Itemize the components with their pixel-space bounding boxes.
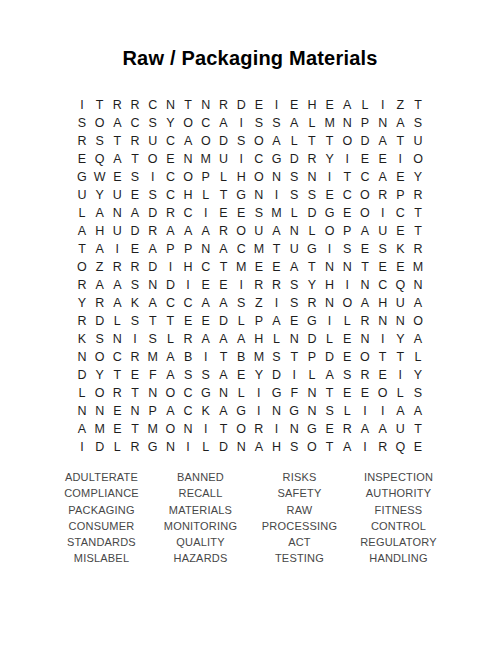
grid-cell: C [144,96,162,114]
grid-cell: C [109,348,127,366]
grid-cell: D [215,132,233,150]
grid-cell: Y [303,276,321,294]
grid-cell: U [250,222,268,240]
grid-cell: E [338,384,356,402]
grid-cell: A [73,222,91,240]
grid-cell: T [338,168,356,186]
grid-cell: R [374,438,392,456]
grid-cell: M [250,348,268,366]
grid-cell: C [250,150,268,168]
grid-cell: H [268,438,286,456]
grid-cell: T [126,384,144,402]
grid-cell: C [162,186,180,204]
grid-cell: I [374,204,392,222]
grid-cell: M [321,114,339,132]
grid-cell: Y [321,150,339,168]
grid-cell: S [126,312,144,330]
grid-cell: U [144,132,162,150]
grid-cell: H [179,258,197,276]
grid-cell: O [162,384,180,402]
grid-cell: S [268,348,286,366]
grid-cell: L [303,222,321,240]
grid-cell: R [126,438,144,456]
grid-cell: L [268,330,286,348]
grid-cell: U [409,132,427,150]
grid-cell: T [126,150,144,168]
grid-cell: A [215,402,233,420]
grid-cell: C [179,204,197,222]
grid-cell: L [197,186,215,204]
grid-cell: A [356,420,374,438]
grid-cell: E [356,240,374,258]
grid-cell: E [374,150,392,168]
word-item: SAFETY [250,485,349,501]
grid-cell: E [109,420,127,438]
grid-cell: Y [409,366,427,384]
grid-cell: A [392,114,410,132]
grid-cell: A [179,132,197,150]
grid-cell: P [356,114,374,132]
grid-cell: D [144,258,162,276]
grid-cell: T [285,348,303,366]
grid-cell: H [179,186,197,204]
grid-cell: Z [250,294,268,312]
grid-cell: E [285,96,303,114]
grid-cell: K [197,402,215,420]
grid-cell: N [356,330,374,348]
grid-cell: U [109,186,127,204]
word-item: INSPECTION [349,469,448,485]
grid-cell: E [73,150,91,168]
grid-cell: S [409,114,427,132]
grid-cell: A [162,366,180,384]
grid-cell: N [374,312,392,330]
grid-cell: C [374,276,392,294]
grid-cell: Y [250,366,268,384]
grid-cell: D [303,204,321,222]
word-item: MONITORING [151,518,250,534]
grid-cell: R [215,222,233,240]
grid-cell: T [321,384,339,402]
grid-cell: S [338,240,356,258]
grid-cell: O [356,204,374,222]
grid-cell: T [215,420,233,438]
grid-cell: I [321,240,339,258]
grid-cell: S [144,114,162,132]
grid-cell: D [73,366,91,384]
grid-cell: E [126,186,144,204]
letter-grid: ITRRCNTNRDEIEHEALIZTSOACSYOCAISSALMNPNAS… [73,96,427,456]
word-item: RISKS [250,469,349,485]
grid-cell: R [109,258,127,276]
grid-cell: T [356,258,374,276]
grid-cell: U [215,150,233,168]
grid-cell: N [268,402,286,420]
grid-cell: S [232,132,250,150]
grid-cell: P [144,402,162,420]
word-item: QUALITY [151,534,250,550]
grid-cell: M [232,258,250,276]
grid-cell: E [392,258,410,276]
grid-cell: L [338,402,356,420]
grid-cell: E [409,438,427,456]
grid-cell: A [144,240,162,258]
grid-cell: E [392,168,410,186]
grid-cell: O [144,150,162,168]
grid-cell: G [197,384,215,402]
grid-cell: L [232,312,250,330]
grid-cell: T [303,258,321,276]
grid-cell: E [285,312,303,330]
grid-cell: N [144,276,162,294]
grid-cell: T [162,312,180,330]
grid-cell: A [144,294,162,312]
grid-cell: R [303,150,321,168]
grid-cell: I [338,276,356,294]
grid-cell: E [321,186,339,204]
grid-cell: N [232,438,250,456]
grid-cell: L [109,312,127,330]
grid-cell: A [109,150,127,168]
grid-cell: O [91,348,109,366]
grid-cell: S [232,294,250,312]
grid-cell: L [303,366,321,384]
grid-cell: Y [91,366,109,384]
grid-cell: M [268,204,286,222]
word-item: RECALL [151,485,250,501]
word-item: TESTING [250,550,349,566]
grid-cell: T [215,348,233,366]
grid-cell: O [197,132,215,150]
grid-cell: Y [392,330,410,348]
grid-cell: C [197,114,215,132]
grid-cell: Y [162,114,180,132]
grid-cell: T [374,348,392,366]
grid-cell: T [179,96,197,114]
grid-cell: L [392,384,410,402]
grid-cell: S [197,366,215,384]
grid-cell: O [374,384,392,402]
grid-cell: A [109,276,127,294]
grid-cell: N [285,222,303,240]
grid-cell: Y [409,168,427,186]
grid-cell: A [285,114,303,132]
grid-cell: A [162,348,180,366]
word-item: STANDARDS [52,534,151,550]
grid-cell: A [197,222,215,240]
grid-cell: M [91,420,109,438]
grid-cell: I [162,258,180,276]
grid-cell: C [197,258,215,276]
grid-cell: O [232,222,250,240]
grid-cell: S [285,438,303,456]
grid-cell: I [374,402,392,420]
grid-cell: E [126,366,144,384]
word-item: PACKAGING [52,502,151,518]
grid-cell: R [356,312,374,330]
grid-cell: M [250,240,268,258]
grid-cell: N [303,168,321,186]
grid-cell: U [73,186,91,204]
grid-cell: D [303,330,321,348]
grid-cell: L [356,96,374,114]
grid-cell: W [91,168,109,186]
grid-cell: Z [91,258,109,276]
grid-cell: A [409,330,427,348]
grid-cell: S [250,114,268,132]
grid-cell: A [374,132,392,150]
grid-cell: P [303,348,321,366]
grid-cell: D [91,312,109,330]
grid-cell: G [303,240,321,258]
grid-cell: T [409,222,427,240]
grid-cell: G [321,204,339,222]
grid-cell: O [162,420,180,438]
grid-cell: G [303,420,321,438]
grid-cell: L [409,348,427,366]
grid-cell: A [392,402,410,420]
grid-cell: G [268,384,286,402]
grid-cell: N [250,186,268,204]
grid-cell: U [285,240,303,258]
grid-cell: O [232,420,250,438]
grid-cell: C [162,132,180,150]
grid-cell: Y [91,186,109,204]
word-item: FITNESS [349,502,448,518]
grid-cell: N [285,330,303,348]
grid-cell: I [392,366,410,384]
grid-cell: A [268,222,286,240]
grid-cell: A [374,420,392,438]
grid-cell: E [215,204,233,222]
grid-cell: A [215,330,233,348]
grid-cell: R [409,240,427,258]
grid-cell: T [321,438,339,456]
grid-cell: B [232,348,250,366]
grid-cell: N [303,384,321,402]
grid-cell: R [250,276,268,294]
grid-cell: R [338,420,356,438]
grid-cell: S [179,366,197,384]
word-item: AUTHORITY [349,485,448,501]
grid-cell: T [109,132,127,150]
grid-cell: A [409,294,427,312]
grid-cell: K [392,240,410,258]
grid-cell: A [356,222,374,240]
grid-cell: D [285,150,303,168]
grid-cell: Q [91,150,109,168]
grid-cell: N [179,150,197,168]
grid-cell: I [374,330,392,348]
grid-cell: E [126,240,144,258]
word-item: ACT [250,534,349,550]
grid-cell: E [109,168,127,186]
grid-cell: C [179,294,197,312]
grid-cell: A [109,114,127,132]
grid-cell: R [91,294,109,312]
grid-cell: H [374,294,392,312]
grid-cell: Q [392,438,410,456]
grid-cell: N [321,294,339,312]
grid-cell: A [91,204,109,222]
grid-cell: D [215,438,233,456]
grid-cell: C [338,186,356,204]
grid-cell: O [356,348,374,366]
grid-cell: S [144,330,162,348]
grid-cell: D [126,222,144,240]
grid-cell: T [392,132,410,150]
grid-cell: N [321,258,339,276]
word-column-1: ADULTERATECOMPLIANCEPACKAGINGCONSUMERSTA… [52,469,151,567]
grid-cell: N [91,402,109,420]
grid-cell: R [303,294,321,312]
grid-cell: I [268,96,286,114]
grid-cell: I [197,348,215,366]
grid-cell: I [232,150,250,168]
grid-cell: E [374,366,392,384]
grid-cell: I [232,276,250,294]
grid-cell: R [250,420,268,438]
word-item: HAZARDS [151,550,250,566]
grid-cell: D [162,276,180,294]
grid-cell: T [215,258,233,276]
grid-cell: C [179,402,197,420]
grid-cell: E [321,96,339,114]
grid-cell: R [109,384,127,402]
grid-cell: R [409,186,427,204]
grid-cell: Z [392,96,410,114]
grid-cell: S [303,186,321,204]
grid-cell: D [215,312,233,330]
grid-cell: P [338,222,356,240]
grid-cell: E [197,312,215,330]
grid-cell: T [303,132,321,150]
grid-cell: N [392,312,410,330]
grid-cell: L [73,204,91,222]
grid-cell: R [374,186,392,204]
grid-cell: N [356,276,374,294]
grid-cell: C [356,168,374,186]
grid-cell: S [374,240,392,258]
grid-cell: I [250,384,268,402]
grid-cell: H [91,222,109,240]
word-item: RAW [250,502,349,518]
grid-cell: O [250,168,268,186]
grid-cell: D [91,438,109,456]
grid-cell: N [197,240,215,258]
grid-cell: S [285,294,303,312]
word-item: HANDLING [349,550,448,566]
grid-cell: I [268,294,286,312]
grid-cell: I [197,204,215,222]
grid-cell: R [179,330,197,348]
word-item: MISLABEL [52,550,151,566]
grid-cell: K [126,294,144,312]
word-search-page: Raw / Packaging Materials ITRRCNTNRDEIEH… [0,0,500,647]
grid-cell: S [73,114,91,132]
grid-cell: E [232,366,250,384]
grid-cell: M [144,348,162,366]
grid-cell: D [144,204,162,222]
grid-cell: O [303,438,321,456]
grid-cell: T [215,186,233,204]
grid-cell: R [162,204,180,222]
grid-cell: N [73,348,91,366]
grid-cell: O [91,384,109,402]
grid-cell: I [73,96,91,114]
grid-cell: N [109,204,127,222]
grid-cell: L [303,114,321,132]
grid-cell: E [338,348,356,366]
grid-cell: H [232,168,250,186]
grid-cell: C [392,204,410,222]
word-item: CONSUMER [52,518,151,534]
grid-cell: L [197,438,215,456]
grid-cell: U [374,222,392,240]
grid-cell: E [321,420,339,438]
grid-cell: T [409,204,427,222]
word-item: MATERIALS [151,502,250,518]
grid-cell: G [268,150,286,168]
grid-cell: A [197,330,215,348]
grid-cell: A [215,294,233,312]
grid-cell: A [91,276,109,294]
grid-cell: I [268,186,286,204]
grid-cell: E [250,258,268,276]
grid-cell: S [126,276,144,294]
grid-cell: A [356,294,374,312]
grid-cell: I [268,420,286,438]
grid-cell: A [109,294,127,312]
grid-cell: T [409,420,427,438]
grid-cell: I [179,438,197,456]
grid-cell: L [215,168,233,186]
grid-cell: C [179,384,197,402]
grid-cell: Q [392,276,410,294]
word-column-2: BANNEDRECALLMATERIALSMONITORINGQUALITYHA… [151,469,250,567]
grid-cell: C [126,114,144,132]
grid-cell: S [285,276,303,294]
grid-cell: R [73,132,91,150]
grid-cell: L [285,204,303,222]
word-column-3: RISKSSAFETYRAWPROCESSINGACTTESTING [250,469,349,567]
word-column-4: INSPECTIONAUTHORITYFITNESSCONTROLREGULAT… [349,469,448,567]
grid-cell: I [144,168,162,186]
grid-cell: E [392,222,410,240]
grid-cell: N [179,420,197,438]
grid-cell: A [285,258,303,276]
grid-cell: R [215,96,233,114]
grid-cell: R [144,222,162,240]
grid-cell: E [162,150,180,168]
grid-cell: A [250,438,268,456]
grid-cell: I [250,402,268,420]
grid-cell: G [285,402,303,420]
grid-cell: S [268,114,286,132]
grid-cell: R [126,258,144,276]
grid-cell: S [285,168,303,186]
grid-cell: T [144,312,162,330]
grid-cell: E [338,204,356,222]
grid-cell: G [73,168,91,186]
grid-cell: A [338,438,356,456]
grid-cell: E [356,384,374,402]
grid-cell: I [179,276,197,294]
grid-cell: L [109,438,127,456]
grid-cell: L [321,330,339,348]
grid-cell: E [109,402,127,420]
grid-cell: L [162,330,180,348]
